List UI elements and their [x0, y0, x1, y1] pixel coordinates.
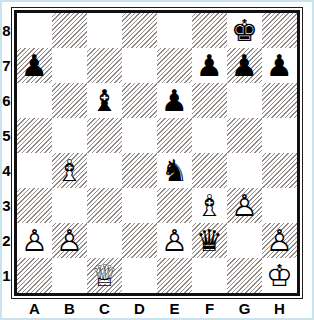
square-f7: ♟	[192, 48, 227, 83]
square-e4: ♞	[157, 153, 192, 188]
square-g8: ♚	[227, 13, 262, 48]
square-b8	[52, 13, 87, 48]
square-g1	[227, 258, 262, 293]
file-labels: ABCDEFGH	[17, 298, 297, 320]
square-g5	[227, 118, 262, 153]
square-c5	[87, 118, 122, 153]
square-f5	[192, 118, 227, 153]
square-g7: ♟	[227, 48, 262, 83]
white-pawn-piece: ♟♙	[17, 223, 52, 258]
square-h3	[262, 188, 297, 223]
square-f6	[192, 83, 227, 118]
square-e1	[157, 258, 192, 293]
square-f2: ♛	[192, 223, 227, 258]
square-a6	[17, 83, 52, 118]
rank-label-7: 7	[2, 48, 11, 83]
square-e2: ♟♙	[157, 223, 192, 258]
square-d6	[122, 83, 157, 118]
square-h5	[262, 118, 297, 153]
square-a8	[17, 13, 52, 48]
square-c6: ♝	[87, 83, 122, 118]
square-g3: ♟♙	[227, 188, 262, 223]
square-h4	[262, 153, 297, 188]
rank-label-5: 5	[2, 118, 11, 153]
square-b4: ♝♗	[52, 153, 87, 188]
black-pawn-piece: ♟	[227, 48, 262, 83]
white-pawn-piece: ♟♙	[262, 223, 297, 258]
white-king-piece: ♚♔	[262, 258, 297, 293]
square-b7	[52, 48, 87, 83]
square-g2	[227, 223, 262, 258]
square-c2	[87, 223, 122, 258]
square-b2: ♟♙	[52, 223, 87, 258]
square-h8	[262, 13, 297, 48]
square-e7	[157, 48, 192, 83]
square-b6	[52, 83, 87, 118]
square-b5	[52, 118, 87, 153]
file-label-d: D	[122, 298, 157, 320]
square-h2: ♟♙	[262, 223, 297, 258]
chess-board: ♚♟♟♟♟♝♟♝♗♞♝♗♟♙♟♙♟♙♟♙♛♟♙♛♕♚♔	[17, 13, 297, 293]
rank-label-6: 6	[2, 83, 11, 118]
square-a2: ♟♙	[17, 223, 52, 258]
square-c8	[87, 13, 122, 48]
square-f4	[192, 153, 227, 188]
square-a7: ♟	[17, 48, 52, 83]
square-d8	[122, 13, 157, 48]
rank-label-2: 2	[2, 223, 11, 258]
board-frame: ♚♟♟♟♟♝♟♝♗♞♝♗♟♙♟♙♟♙♟♙♛♟♙♛♕♚♔	[11, 7, 303, 299]
square-h7: ♟	[262, 48, 297, 83]
rank-label-3: 3	[2, 188, 11, 223]
square-e8	[157, 13, 192, 48]
file-label-h: H	[262, 298, 297, 320]
square-d2	[122, 223, 157, 258]
white-pawn-piece: ♟♙	[227, 188, 262, 223]
white-pawn-piece: ♟♙	[157, 223, 192, 258]
square-a4	[17, 153, 52, 188]
square-a5	[17, 118, 52, 153]
square-f1	[192, 258, 227, 293]
white-queen-piece: ♛♕	[87, 258, 122, 293]
white-bishop-piece: ♝♗	[192, 188, 227, 223]
square-d3	[122, 188, 157, 223]
black-pawn-piece: ♟	[192, 48, 227, 83]
chess-diagram: 87654321 ♚♟♟♟♟♝♟♝♗♞♝♗♟♙♟♙♟♙♟♙♛♟♙♛♕♚♔ ABC…	[0, 0, 314, 320]
square-e5	[157, 118, 192, 153]
file-label-f: F	[192, 298, 227, 320]
file-label-a: A	[17, 298, 52, 320]
white-bishop-piece: ♝♗	[52, 153, 87, 188]
black-pawn-piece: ♟	[262, 48, 297, 83]
black-king-piece: ♚	[227, 13, 262, 48]
square-f3: ♝♗	[192, 188, 227, 223]
square-g6	[227, 83, 262, 118]
square-d4	[122, 153, 157, 188]
rank-label-8: 8	[2, 13, 11, 48]
square-d5	[122, 118, 157, 153]
white-pawn-piece: ♟♙	[52, 223, 87, 258]
square-c4	[87, 153, 122, 188]
square-c7	[87, 48, 122, 83]
square-a1	[17, 258, 52, 293]
square-h1: ♚♔	[262, 258, 297, 293]
rank-label-4: 4	[2, 153, 11, 188]
square-b3	[52, 188, 87, 223]
square-c1: ♛♕	[87, 258, 122, 293]
square-f8	[192, 13, 227, 48]
square-e3	[157, 188, 192, 223]
square-d1	[122, 258, 157, 293]
file-label-e: E	[157, 298, 192, 320]
square-b1	[52, 258, 87, 293]
square-h6	[262, 83, 297, 118]
rank-labels: 87654321	[2, 13, 11, 293]
black-bishop-piece: ♝	[87, 83, 122, 118]
file-label-b: B	[52, 298, 87, 320]
black-queen-piece: ♛	[192, 223, 227, 258]
square-c3	[87, 188, 122, 223]
file-label-c: C	[87, 298, 122, 320]
square-g4	[227, 153, 262, 188]
square-e6: ♟	[157, 83, 192, 118]
square-a3	[17, 188, 52, 223]
black-pawn-piece: ♟	[17, 48, 52, 83]
square-d7	[122, 48, 157, 83]
rank-label-1: 1	[2, 258, 11, 293]
file-label-g: G	[227, 298, 262, 320]
black-knight-piece: ♞	[157, 153, 192, 188]
black-pawn-piece: ♟	[157, 83, 192, 118]
